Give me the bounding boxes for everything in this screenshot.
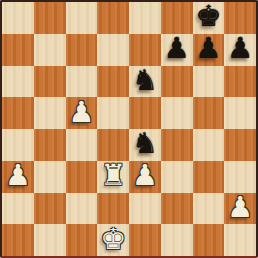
square-d8[interactable] (97, 2, 129, 34)
piece-white-king-d1[interactable]: ♚ (100, 225, 126, 254)
square-d4[interactable] (97, 129, 129, 161)
square-e7[interactable] (129, 34, 161, 66)
piece-black-knight-e4[interactable]: ♞ (132, 129, 158, 158)
square-c6[interactable] (66, 66, 98, 98)
square-a7[interactable] (2, 34, 34, 66)
piece-white-pawn-e3[interactable]: ♟ (132, 161, 158, 190)
square-g4[interactable] (193, 129, 225, 161)
square-d5[interactable] (97, 97, 129, 129)
square-b3[interactable] (34, 161, 66, 193)
square-e2[interactable] (129, 193, 161, 225)
square-g7[interactable]: ♟ (193, 34, 225, 66)
square-f3[interactable] (161, 161, 193, 193)
square-f8[interactable] (161, 2, 193, 34)
square-c1[interactable] (66, 224, 98, 256)
square-b2[interactable] (34, 193, 66, 225)
square-e1[interactable] (129, 224, 161, 256)
square-b6[interactable] (34, 66, 66, 98)
square-c4[interactable] (66, 129, 98, 161)
piece-white-pawn-h2[interactable]: ♟ (227, 193, 253, 222)
square-h2[interactable]: ♟ (224, 193, 256, 225)
square-a3[interactable]: ♟ (2, 161, 34, 193)
square-f5[interactable] (161, 97, 193, 129)
square-d6[interactable] (97, 66, 129, 98)
square-h3[interactable] (224, 161, 256, 193)
square-e6[interactable]: ♞ (129, 66, 161, 98)
square-d7[interactable] (97, 34, 129, 66)
square-h5[interactable] (224, 97, 256, 129)
square-h7[interactable]: ♟ (224, 34, 256, 66)
square-d3[interactable]: ♜ (97, 161, 129, 193)
piece-black-pawn-h7[interactable]: ♟ (227, 34, 253, 63)
piece-white-pawn-c5[interactable]: ♟ (68, 98, 94, 127)
square-a6[interactable] (2, 66, 34, 98)
square-g3[interactable] (193, 161, 225, 193)
square-d2[interactable] (97, 193, 129, 225)
square-b7[interactable] (34, 34, 66, 66)
square-g5[interactable] (193, 97, 225, 129)
square-g6[interactable] (193, 66, 225, 98)
square-a5[interactable] (2, 97, 34, 129)
square-e8[interactable] (129, 2, 161, 34)
square-f6[interactable] (161, 66, 193, 98)
piece-black-pawn-g7[interactable]: ♟ (195, 34, 221, 63)
square-a4[interactable] (2, 129, 34, 161)
square-f4[interactable] (161, 129, 193, 161)
square-d1[interactable]: ♚ (97, 224, 129, 256)
square-g8[interactable]: ♚ (193, 2, 225, 34)
square-f7[interactable]: ♟ (161, 34, 193, 66)
square-a1[interactable] (2, 224, 34, 256)
piece-black-king-g8[interactable]: ♚ (195, 2, 221, 31)
piece-black-pawn-f7[interactable]: ♟ (164, 34, 190, 63)
square-e3[interactable]: ♟ (129, 161, 161, 193)
square-h8[interactable] (224, 2, 256, 34)
square-a8[interactable] (2, 2, 34, 34)
square-h4[interactable] (224, 129, 256, 161)
square-b5[interactable] (34, 97, 66, 129)
square-e4[interactable]: ♞ (129, 129, 161, 161)
piece-black-knight-e6[interactable]: ♞ (132, 66, 158, 95)
square-c3[interactable] (66, 161, 98, 193)
square-b1[interactable] (34, 224, 66, 256)
square-a2[interactable] (2, 193, 34, 225)
square-g1[interactable] (193, 224, 225, 256)
chess-board: ♚♟♟♟♞♟♞♟♜♟♟♚ (2, 2, 256, 256)
square-h1[interactable] (224, 224, 256, 256)
piece-white-pawn-a3[interactable]: ♟ (5, 161, 31, 190)
square-e5[interactable] (129, 97, 161, 129)
square-f1[interactable] (161, 224, 193, 256)
square-c8[interactable] (66, 2, 98, 34)
piece-white-rook-d3[interactable]: ♜ (100, 161, 126, 190)
chess-board-frame: ♚♟♟♟♞♟♞♟♜♟♟♚ (0, 0, 258, 258)
square-f2[interactable] (161, 193, 193, 225)
square-c5[interactable]: ♟ (66, 97, 98, 129)
square-c2[interactable] (66, 193, 98, 225)
square-h6[interactable] (224, 66, 256, 98)
square-b4[interactable] (34, 129, 66, 161)
square-g2[interactable] (193, 193, 225, 225)
square-b8[interactable] (34, 2, 66, 34)
square-c7[interactable] (66, 34, 98, 66)
